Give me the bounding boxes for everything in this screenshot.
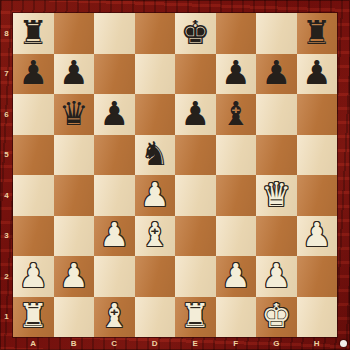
square-f4[interactable] <box>216 175 257 216</box>
piece-black-rook[interactable]: ♜ <box>18 16 48 49</box>
square-f5[interactable] <box>216 135 257 176</box>
square-h3[interactable]: ♟ <box>297 216 338 257</box>
square-c4[interactable] <box>94 175 135 216</box>
piece-black-pawn[interactable]: ♟ <box>59 56 89 89</box>
piece-white-queen[interactable]: ♛ <box>261 178 291 211</box>
file-label-g: G <box>256 337 297 350</box>
piece-white-pawn[interactable]: ♟ <box>140 178 170 211</box>
square-h6[interactable] <box>297 94 338 135</box>
file-label-e: E <box>175 337 216 350</box>
square-a7[interactable]: ♟ <box>13 54 54 95</box>
square-b1[interactable] <box>54 297 95 338</box>
file-label-h: H <box>297 337 338 350</box>
rank-label-6: 6 <box>0 94 13 135</box>
file-label-c: C <box>94 337 135 350</box>
square-c5[interactable] <box>94 135 135 176</box>
square-e1[interactable]: ♜ <box>175 297 216 338</box>
file-label-d: D <box>135 337 176 350</box>
square-g8[interactable] <box>256 13 297 54</box>
file-label-b: B <box>54 337 95 350</box>
piece-black-pawn[interactable]: ♟ <box>221 56 251 89</box>
square-a4[interactable] <box>13 175 54 216</box>
square-a5[interactable] <box>13 135 54 176</box>
square-c7[interactable] <box>94 54 135 95</box>
rank-label-1: 1 <box>0 297 13 338</box>
rank-label-5: 5 <box>0 135 13 176</box>
square-h4[interactable] <box>297 175 338 216</box>
chess-board-frame: ♜♚♜♟♟♟♟♟♛♟♟♝♞♟♛♟♝♟♟♟♟♟♜♝♜♚ 87654321 ABCD… <box>0 0 350 350</box>
square-c2[interactable] <box>94 256 135 297</box>
square-g4[interactable]: ♛ <box>256 175 297 216</box>
piece-white-rook[interactable]: ♜ <box>180 299 210 332</box>
piece-black-pawn[interactable]: ♟ <box>302 56 332 89</box>
piece-black-pawn[interactable]: ♟ <box>180 97 210 130</box>
square-h8[interactable]: ♜ <box>297 13 338 54</box>
square-b8[interactable] <box>54 13 95 54</box>
square-f8[interactable] <box>216 13 257 54</box>
square-h2[interactable] <box>297 256 338 297</box>
square-c8[interactable] <box>94 13 135 54</box>
square-g3[interactable] <box>256 216 297 257</box>
square-d3[interactable]: ♝ <box>135 216 176 257</box>
square-e6[interactable]: ♟ <box>175 94 216 135</box>
piece-white-pawn[interactable]: ♟ <box>302 218 332 251</box>
square-f7[interactable]: ♟ <box>216 54 257 95</box>
square-a8[interactable]: ♜ <box>13 13 54 54</box>
piece-black-king[interactable]: ♚ <box>180 16 210 49</box>
square-h1[interactable] <box>297 297 338 338</box>
square-e2[interactable] <box>175 256 216 297</box>
square-d4[interactable]: ♟ <box>135 175 176 216</box>
square-a1[interactable]: ♜ <box>13 297 54 338</box>
square-e4[interactable] <box>175 175 216 216</box>
rank-label-3: 3 <box>0 216 13 257</box>
piece-white-pawn[interactable]: ♟ <box>59 259 89 292</box>
square-b2[interactable]: ♟ <box>54 256 95 297</box>
square-e5[interactable] <box>175 135 216 176</box>
square-g7[interactable]: ♟ <box>256 54 297 95</box>
square-b4[interactable] <box>54 175 95 216</box>
piece-white-bishop[interactable]: ♝ <box>140 218 170 251</box>
rank-label-7: 7 <box>0 54 13 95</box>
square-b5[interactable] <box>54 135 95 176</box>
square-b7[interactable]: ♟ <box>54 54 95 95</box>
square-c6[interactable]: ♟ <box>94 94 135 135</box>
square-c1[interactable]: ♝ <box>94 297 135 338</box>
piece-black-pawn[interactable]: ♟ <box>261 56 291 89</box>
square-e7[interactable] <box>175 54 216 95</box>
chess-board[interactable]: ♜♚♜♟♟♟♟♟♛♟♟♝♞♟♛♟♝♟♟♟♟♟♜♝♜♚ <box>13 13 337 337</box>
piece-black-bishop[interactable]: ♝ <box>221 97 251 130</box>
file-label-a: A <box>13 337 54 350</box>
square-f3[interactable] <box>216 216 257 257</box>
square-a2[interactable]: ♟ <box>13 256 54 297</box>
piece-white-pawn[interactable]: ♟ <box>18 259 48 292</box>
square-b3[interactable] <box>54 216 95 257</box>
square-c3[interactable]: ♟ <box>94 216 135 257</box>
square-d2[interactable] <box>135 256 176 297</box>
piece-white-bishop[interactable]: ♝ <box>99 299 129 332</box>
piece-white-pawn[interactable]: ♟ <box>261 259 291 292</box>
rank-label-8: 8 <box>0 13 13 54</box>
square-f2[interactable]: ♟ <box>216 256 257 297</box>
white-to-move-indicator-dot <box>340 340 347 347</box>
file-label-f: F <box>216 337 257 350</box>
piece-white-king[interactable]: ♚ <box>261 299 291 332</box>
square-e8[interactable]: ♚ <box>175 13 216 54</box>
square-d5[interactable]: ♞ <box>135 135 176 176</box>
piece-black-pawn[interactable]: ♟ <box>99 97 129 130</box>
piece-black-rook[interactable]: ♜ <box>302 16 332 49</box>
square-g5[interactable] <box>256 135 297 176</box>
piece-black-knight[interactable]: ♞ <box>140 137 170 170</box>
square-g1[interactable]: ♚ <box>256 297 297 338</box>
rank-label-2: 2 <box>0 256 13 297</box>
square-d1[interactable] <box>135 297 176 338</box>
square-g2[interactable]: ♟ <box>256 256 297 297</box>
piece-black-queen[interactable]: ♛ <box>59 97 89 130</box>
square-d8[interactable] <box>135 13 176 54</box>
square-h7[interactable]: ♟ <box>297 54 338 95</box>
square-e3[interactable] <box>175 216 216 257</box>
piece-white-pawn[interactable]: ♟ <box>99 218 129 251</box>
square-h5[interactable] <box>297 135 338 176</box>
square-f1[interactable] <box>216 297 257 338</box>
piece-white-rook[interactable]: ♜ <box>18 299 48 332</box>
square-d6[interactable] <box>135 94 176 135</box>
square-f6[interactable]: ♝ <box>216 94 257 135</box>
square-g6[interactable] <box>256 94 297 135</box>
rank-label-4: 4 <box>0 175 13 216</box>
piece-white-pawn[interactable]: ♟ <box>221 259 251 292</box>
square-d7[interactable] <box>135 54 176 95</box>
square-a6[interactable] <box>13 94 54 135</box>
piece-black-pawn[interactable]: ♟ <box>18 56 48 89</box>
square-b6[interactable]: ♛ <box>54 94 95 135</box>
square-a3[interactable] <box>13 216 54 257</box>
